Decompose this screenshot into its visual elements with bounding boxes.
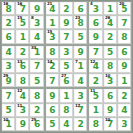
solution-digit: 6	[107, 92, 113, 101]
cell-r8c2[interactable]: 113	[16, 104, 29, 117]
solution-digit: 9	[20, 120, 26, 129]
cell-r4c3[interactable]: 331	[30, 46, 43, 59]
cell-r4c5[interactable]: 3	[60, 46, 73, 59]
killer-sudoku-board: 1681679215583614214261923815375431205626…	[0, 0, 133, 133]
solution-digit: 8	[78, 19, 84, 28]
solution-digit: 7	[49, 77, 55, 86]
solution-digit: 3	[121, 120, 127, 129]
solution-digit: 4	[78, 77, 84, 86]
cage-sum-label: 29	[3, 74, 8, 78]
solution-digit: 1	[20, 33, 26, 42]
cage-sum-label: 16	[3, 2, 8, 6]
cell-r9c2[interactable]: 9	[16, 118, 29, 131]
cage-sum-label: 13	[17, 60, 22, 64]
solution-digit: 3	[49, 33, 55, 42]
solution-digit: 9	[34, 5, 40, 14]
solution-digit: 4	[107, 19, 113, 28]
box-7: 71248511321019256	[2, 89, 44, 131]
solution-digit: 8	[34, 92, 40, 101]
cell-r3c7[interactable]: 9	[89, 30, 102, 43]
cage-sum-label: 10	[105, 118, 110, 122]
cell-r8c9[interactable]: 4	[118, 104, 131, 117]
solution-digit: 7	[121, 19, 127, 28]
cell-r5c3[interactable]: 7	[30, 60, 43, 73]
solution-digit: 8	[107, 62, 113, 71]
solution-digit: 3	[5, 62, 11, 71]
solution-digit: 5	[49, 120, 55, 129]
solution-digit: 7	[34, 62, 40, 71]
cell-r7c6[interactable]: 3	[74, 89, 87, 102]
solution-digit: 1	[49, 19, 55, 28]
cell-r4c8[interactable]: 5	[104, 46, 117, 59]
solution-digit: 6	[5, 33, 11, 42]
solution-digit: 4	[121, 106, 127, 115]
cell-r6c5[interactable]: 276	[60, 74, 73, 87]
solution-digit: 1	[107, 5, 113, 14]
solution-digit: 2	[63, 5, 69, 14]
cage-sum-label: 20	[119, 2, 124, 6]
solution-digit: 7	[63, 33, 69, 42]
cage-sum-label: 7	[75, 60, 78, 64]
cell-r6c8[interactable]: 103	[104, 74, 117, 87]
solution-digit: 9	[107, 106, 113, 115]
solution-digit: 1	[93, 106, 99, 115]
cell-r5c9[interactable]: 9	[118, 60, 131, 73]
solution-digit: 3	[63, 48, 69, 57]
solution-digit: 2	[93, 77, 99, 86]
cell-r3c8[interactable]: 2	[104, 30, 117, 43]
cell-r4c7[interactable]: 7	[89, 46, 102, 59]
solution-digit: 2	[5, 19, 11, 28]
cell-r3c3[interactable]: 4	[30, 30, 43, 43]
cell-r7c2[interactable]: 124	[16, 89, 29, 102]
cell-r9c3[interactable]: 256	[30, 118, 43, 131]
solution-digit: 9	[93, 33, 99, 42]
cage-sum-label: 11	[90, 89, 95, 93]
box-1: 1681679215583614	[2, 2, 44, 44]
solution-digit: 4	[34, 33, 40, 42]
cage-sum-label: 16	[17, 2, 22, 6]
cell-r8c7[interactable]: 1	[89, 104, 102, 117]
solution-digit: 5	[93, 92, 99, 101]
cell-r3c5[interactable]: 7	[60, 30, 73, 43]
solution-digit: 6	[78, 5, 84, 14]
solution-digit: 8	[63, 106, 69, 115]
cell-r7c4[interactable]: 9	[46, 89, 59, 102]
cell-r4c9[interactable]: 6	[118, 46, 131, 59]
solution-digit: 8	[93, 120, 99, 129]
solution-digit: 8	[121, 33, 127, 42]
cage-sum-label: 12	[90, 60, 95, 64]
cell-r4c2[interactable]: 2	[16, 46, 29, 59]
cell-r5c1[interactable]: 3	[2, 60, 15, 73]
cell-r1c8[interactable]: 1	[104, 2, 117, 15]
cell-r4c1[interactable]: 4	[2, 46, 15, 59]
cell-r9c6[interactable]: 2	[74, 118, 87, 131]
cage-sum-label: 23	[75, 16, 80, 20]
cage-sum-label: 10	[3, 118, 8, 122]
cell-r1c1[interactable]: 168	[2, 2, 15, 15]
box-3: 43120562647928	[89, 2, 131, 44]
solution-digit: 3	[93, 5, 99, 14]
cell-r8c3[interactable]: 2	[30, 104, 43, 117]
cell-r8c1[interactable]: 5	[2, 104, 15, 117]
cell-r7c5[interactable]: 1	[60, 89, 73, 102]
solution-digit: 3	[34, 19, 40, 28]
cage-sum-label: 27	[61, 74, 66, 78]
cell-r8c4[interactable]: 6	[46, 104, 59, 117]
solution-digit: 9	[121, 62, 127, 71]
box-8: 91368177542	[46, 89, 88, 131]
cell-r5c2[interactable]: 136	[16, 60, 29, 73]
cell-r2c2[interactable]: 155	[16, 16, 29, 29]
cell-r5c7[interactable]: 124	[89, 60, 102, 73]
cage-sum-label: 25	[31, 118, 36, 122]
cell-r6c6[interactable]: 4	[74, 74, 87, 87]
solution-digit: 2	[78, 120, 84, 129]
solution-digit: 2	[107, 33, 113, 42]
solution-digit: 4	[5, 48, 11, 57]
solution-digit: 5	[34, 77, 40, 86]
cage-sum-label: 17	[75, 104, 80, 108]
cell-r3c2[interactable]: 1	[16, 30, 29, 43]
cell-r6c4[interactable]: 7	[46, 74, 59, 87]
cell-r8c8[interactable]: 9	[104, 104, 117, 117]
cell-r9c5[interactable]: 4	[60, 118, 73, 131]
cell-r1c2[interactable]: 167	[16, 2, 29, 15]
cage-sum-label: 12	[17, 89, 22, 93]
cell-r5c6[interactable]: 71	[74, 60, 87, 73]
solution-digit: 1	[63, 92, 69, 101]
cell-r9c1[interactable]: 101	[2, 118, 15, 131]
cell-r9c7[interactable]: 8	[89, 118, 102, 131]
cell-r7c9[interactable]: 2	[118, 89, 131, 102]
cage-sum-label: 10	[105, 74, 110, 78]
box-6: 7561248921031	[89, 46, 131, 88]
solution-digit: 4	[20, 92, 26, 101]
solution-digit: 8	[20, 77, 26, 86]
cage-sum-label: 33	[31, 46, 36, 50]
cell-r5c5[interactable]: 5	[60, 60, 73, 73]
cell-r7c3[interactable]: 8	[30, 89, 43, 102]
cell-r4c6[interactable]: 9	[74, 46, 87, 59]
cell-r7c8[interactable]: 6	[104, 89, 117, 102]
solution-digit: 7	[93, 48, 99, 57]
cell-r2c7[interactable]: 6	[89, 16, 102, 29]
solution-digit: 1	[121, 77, 127, 86]
solution-digit: 9	[78, 48, 84, 57]
cell-r2c5[interactable]: 9	[60, 16, 73, 29]
cell-r2c3[interactable]: 83	[30, 16, 43, 29]
cell-r1c3[interactable]: 9	[30, 2, 43, 15]
cell-r7c7[interactable]: 115	[89, 89, 102, 102]
cell-r1c4[interactable]: 214	[46, 2, 59, 15]
cell-r1c9[interactable]: 205	[118, 2, 131, 15]
solution-digit: 5	[5, 106, 11, 115]
cage-sum-label: 4	[90, 2, 93, 6]
solution-digit: 3	[78, 92, 84, 101]
cell-r3c4[interactable]: 153	[46, 30, 59, 43]
cell-r1c5[interactable]: 2	[60, 2, 73, 15]
cell-r3c9[interactable]: 8	[118, 30, 131, 43]
cell-r1c6[interactable]: 6	[74, 2, 87, 15]
cell-r2c1[interactable]: 2	[2, 16, 15, 29]
cell-r6c2[interactable]: 8	[16, 74, 29, 87]
cell-r6c9[interactable]: 1	[118, 74, 131, 87]
cell-r4c4[interactable]: 8	[46, 46, 59, 59]
solution-digit: 2	[34, 106, 40, 115]
cell-r3c6[interactable]: 5	[74, 30, 87, 43]
cell-r5c8[interactable]: 8	[104, 60, 117, 73]
cell-r6c3[interactable]: 5	[30, 74, 43, 87]
cell-r5c4[interactable]: 142	[46, 60, 59, 73]
cage-sum-label: 26	[105, 16, 110, 20]
solution-digit: 4	[63, 120, 69, 129]
cell-r3c1[interactable]: 6	[2, 30, 15, 43]
box-5: 83914257172764	[46, 46, 88, 88]
cage-sum-label: 14	[47, 60, 52, 64]
cell-r6c1[interactable]: 299	[2, 74, 15, 87]
cage-sum-label: 15	[47, 30, 52, 34]
solution-digit: 1	[78, 62, 84, 71]
box-9: 1156219481073	[89, 89, 131, 131]
cell-r2c4[interactable]: 1	[46, 16, 59, 29]
solution-digit: 5	[20, 19, 26, 28]
solution-digit: 5	[107, 48, 113, 57]
solution-digit: 5	[63, 62, 69, 71]
cell-r9c4[interactable]: 5	[46, 118, 59, 131]
solution-digit: 8	[49, 48, 55, 57]
cell-r7c1[interactable]: 7	[2, 89, 15, 102]
cell-r2c6[interactable]: 238	[74, 16, 87, 29]
cell-r2c9[interactable]: 7	[118, 16, 131, 29]
solution-digit: 6	[93, 19, 99, 28]
cell-r9c8[interactable]: 107	[104, 118, 117, 131]
cell-r8c6[interactable]: 177	[74, 104, 87, 117]
solution-digit: 6	[121, 48, 127, 57]
solution-digit: 6	[49, 106, 55, 115]
solution-digit: 9	[49, 92, 55, 101]
cage-sum-label: 11	[17, 104, 22, 108]
cage-sum-label: 21	[47, 2, 52, 6]
solution-digit: 2	[20, 48, 26, 57]
solution-digit: 2	[121, 92, 127, 101]
solution-digit: 7	[5, 92, 11, 101]
cell-r8c5[interactable]: 8	[60, 104, 73, 117]
cage-sum-label: 15	[17, 16, 22, 20]
solution-digit: 9	[63, 19, 69, 28]
solution-digit: 5	[78, 33, 84, 42]
box-4: 423313136729985	[2, 46, 44, 88]
cell-r1c7[interactable]: 43	[89, 2, 102, 15]
box-2: 214261923815375	[46, 2, 88, 44]
cell-r9c9[interactable]: 3	[118, 118, 131, 131]
cage-sum-label: 8	[31, 16, 34, 20]
cell-r2c8[interactable]: 264	[104, 16, 117, 29]
cell-r6c7[interactable]: 2	[89, 74, 102, 87]
